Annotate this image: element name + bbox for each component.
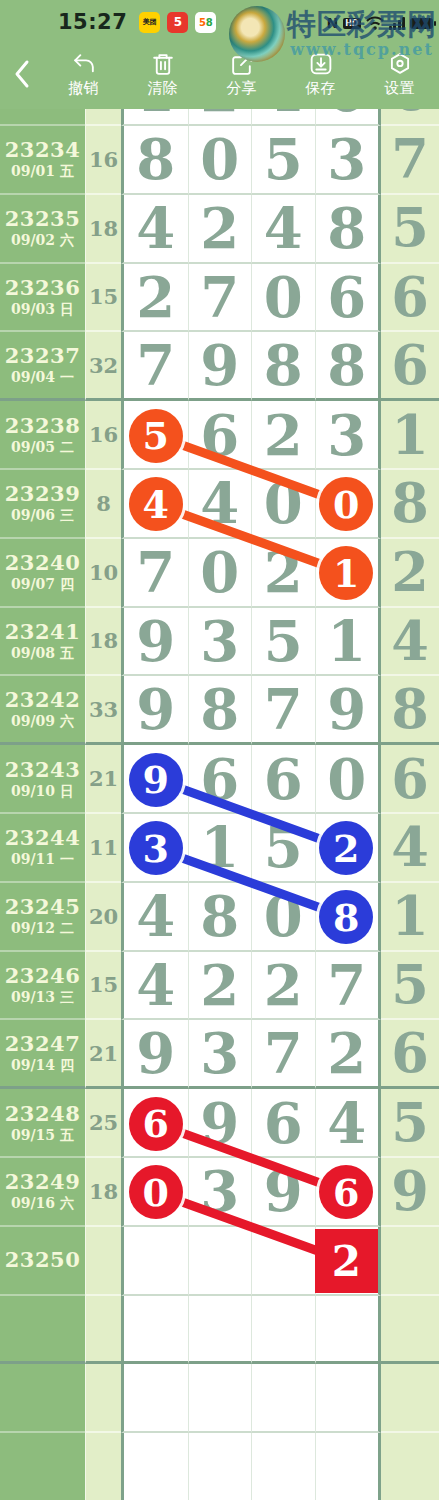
issue-number: 23243 — [5, 758, 81, 782]
digit-cell[interactable]: 9 — [315, 676, 382, 745]
digit-cell[interactable]: 9 — [188, 332, 252, 401]
58-app-icon: 58 — [195, 12, 216, 33]
digit-cell[interactable]: 6 — [188, 401, 252, 470]
issue-cell: 2324909/16 六 — [0, 1158, 85, 1227]
digit-cell[interactable]: 7 — [251, 1020, 315, 1089]
table-row: 2324009/07 四1070212 — [0, 539, 439, 608]
issue-cell: 08/31 四 — [0, 109, 85, 126]
clear-button[interactable]: 清除 — [123, 45, 202, 98]
notification-app-icons: 美团 5 58 — [139, 12, 216, 33]
table-row: 2324909/16 六1803969 — [0, 1158, 439, 1227]
draw-date: 09/08 五 — [11, 644, 74, 662]
last-digit-cell[interactable]: 5 — [381, 952, 439, 1021]
draw-date: 09/07 四 — [11, 575, 74, 593]
digit-cell[interactable]: 9 — [188, 1089, 252, 1158]
last-digit-cell[interactable]: 5 — [381, 1089, 439, 1158]
issue-cell: 2324309/10 日 — [0, 745, 85, 814]
issue-cell: 2324609/13 三 — [0, 952, 85, 1021]
sum-cell — [85, 1227, 121, 1296]
digit-cell[interactable] — [188, 1364, 252, 1433]
table-row — [0, 1296, 439, 1365]
last-digit-cell[interactable] — [381, 1227, 439, 1296]
last-digit-cell[interactable]: 6 — [381, 332, 439, 401]
digit-cell[interactable]: 0 — [251, 264, 315, 333]
share-label: 分享 — [227, 79, 257, 98]
back-button[interactable] — [0, 45, 44, 103]
digit-cell[interactable]: 7 — [315, 952, 382, 1021]
sum-cell: 33 — [85, 676, 121, 745]
digit-cell[interactable]: 4 — [251, 195, 315, 264]
table-row: 2324609/13 三1542275 — [0, 952, 439, 1021]
chevron-left-icon — [12, 58, 32, 90]
last-digit-cell[interactable]: 6 — [381, 264, 439, 333]
annotation-circle-orange: 5 — [129, 409, 183, 463]
wifi-icon — [366, 16, 384, 30]
digit-cell[interactable]: 8 — [188, 883, 252, 952]
draw-date: 09/16 六 — [11, 1194, 74, 1212]
battery-icon — [410, 18, 433, 29]
digit-cell[interactable]: 9 — [121, 608, 188, 677]
digit-cell[interactable]: 7 — [121, 332, 188, 401]
annotation-circle-red: 0 — [129, 1165, 183, 1219]
share-icon — [229, 51, 255, 77]
table-row: 2323509/02 六1842485 — [0, 195, 439, 264]
issue-cell: 2323809/05 二 — [0, 401, 85, 470]
digit-cell[interactable]: 7 — [188, 264, 252, 333]
annotation-circle-blue: 9 — [129, 753, 183, 807]
issue-number: 23244 — [5, 826, 81, 850]
sum-cell: 11 — [85, 814, 121, 883]
sum-cell — [85, 1364, 121, 1433]
sum-cell — [85, 1433, 121, 1500]
issue-cell — [0, 1433, 85, 1500]
undo-button[interactable]: 撤销 — [44, 45, 123, 98]
issue-number: 23245 — [5, 895, 81, 919]
table-row: 2323609/03 日1527066 — [0, 264, 439, 333]
digit-cell[interactable] — [315, 1296, 382, 1365]
table-row: 2324309/10 日2196606 — [0, 745, 439, 814]
table-row: 2324409/11 一1131524 — [0, 814, 439, 883]
last-digit-cell[interactable]: 1 — [381, 883, 439, 952]
last-digit-cell[interactable]: 5 — [381, 195, 439, 264]
digit-cell[interactable]: 2 — [188, 195, 252, 264]
table-row: 2324109/08 五1893514 — [0, 608, 439, 677]
sum-cell — [85, 1296, 121, 1365]
issue-cell: 2323609/03 日 — [0, 264, 85, 333]
issue-number: 23250 — [5, 1248, 81, 1272]
last-digit-cell[interactable]: 9 — [381, 1158, 439, 1227]
digit-cell[interactable]: 6 — [251, 1089, 315, 1158]
issue-cell: 2324209/09 六 — [0, 676, 85, 745]
digit-cell[interactable]: 4 — [315, 1089, 382, 1158]
last-digit-cell[interactable] — [381, 1433, 439, 1500]
digit-cell[interactable]: 0 — [251, 883, 315, 952]
last-digit-cell[interactable]: 6 — [381, 745, 439, 814]
last-digit-cell[interactable] — [381, 1296, 439, 1365]
table-row: 2324709/14 四2193726 — [0, 1020, 439, 1089]
sum-cell: 10 — [85, 539, 121, 608]
sum-cell: 18 — [85, 195, 121, 264]
digit-cell[interactable]: 8 — [121, 126, 188, 195]
last-digit-cell[interactable]: 7 — [381, 126, 439, 195]
digit-cell[interactable]: 5 — [251, 814, 315, 883]
digit-cell[interactable]: 3 — [315, 401, 382, 470]
undo-label: 撤销 — [69, 79, 99, 98]
digit-cell[interactable] — [188, 1296, 252, 1365]
last-digit-cell[interactable]: 4 — [381, 608, 439, 677]
draw-date: 09/15 五 — [11, 1126, 74, 1144]
digit-cell[interactable]: 3 — [315, 126, 382, 195]
sum-cell: 21 — [85, 1020, 121, 1089]
digit-cell[interactable]: 2 — [315, 1020, 382, 1089]
last-digit-cell[interactable]: 4 — [381, 814, 439, 883]
digit-cell[interactable]: 2 — [188, 109, 252, 126]
issue-cell: 2323909/06 三 — [0, 470, 85, 539]
digit-cell[interactable]: 9 — [121, 1020, 188, 1089]
draw-date: 09/12 二 — [11, 919, 74, 937]
sum-cell: 18 — [85, 1158, 121, 1227]
settings-button[interactable]: 设置 — [360, 45, 439, 98]
issue-cell: 2324709/14 四 — [0, 1020, 85, 1089]
digit-cell[interactable] — [121, 1296, 188, 1365]
draw-date: 09/10 日 — [11, 782, 74, 800]
sum-cell: 15 — [85, 952, 121, 1021]
digit-cell[interactable] — [121, 1364, 188, 1433]
table-row: 2323909/06 三844008 — [0, 470, 439, 539]
last-digit-cell[interactable]: 8 — [381, 676, 439, 745]
clock: 15:27 — [58, 10, 127, 34]
draw-date: 09/13 三 — [11, 988, 74, 1006]
issue-number: 23234 — [5, 138, 81, 162]
sum-cell: 25 — [85, 1089, 121, 1158]
prediction-box: 2 — [315, 1229, 378, 1293]
digit-cell[interactable]: 2 — [251, 539, 315, 608]
lottery-chart-screen: 15:27 美团 5 58 N HD 特区彩票网 www.tqcp.net — [0, 0, 439, 1500]
issue-cell: 2324409/11 一 — [0, 814, 85, 883]
digit-cell[interactable] — [188, 1433, 252, 1500]
digit-cell[interactable]: 0 — [188, 126, 252, 195]
digit-cell[interactable]: 1 — [121, 109, 188, 126]
sum-cell: 15 — [85, 264, 121, 333]
sum-cell: 32 — [85, 332, 121, 401]
digit-cell[interactable]: 0 — [251, 470, 315, 539]
digit-cell[interactable]: 4 — [121, 195, 188, 264]
issue-number: 23241 — [5, 620, 81, 644]
digit-cell[interactable]: 2 — [121, 264, 188, 333]
issue-cell — [0, 1364, 85, 1433]
digit-cell[interactable]: 5 — [251, 608, 315, 677]
digit-cell[interactable] — [121, 1433, 188, 1500]
issue-number: 23237 — [5, 344, 81, 368]
digit-cell[interactable]: 3 — [188, 1020, 252, 1089]
digit-cell[interactable] — [315, 1433, 382, 1500]
sum-cell — [85, 109, 121, 126]
issue-cell: 2323709/04 一 — [0, 332, 85, 401]
sum-cell: 21 — [85, 745, 121, 814]
digit-cell[interactable]: 4 — [251, 109, 315, 126]
undo-icon — [71, 51, 97, 77]
draw-date: 09/14 四 — [11, 1056, 74, 1074]
issue-cell: 2323409/01 五 — [0, 126, 85, 195]
draw-date: 09/11 一 — [11, 850, 74, 868]
digit-cell[interactable]: 6 — [315, 264, 382, 333]
issue-cell: 23250 — [0, 1227, 85, 1296]
settings-label: 设置 — [385, 79, 415, 98]
last-digit-cell[interactable]: 8 — [381, 470, 439, 539]
issue-cell: 2324109/08 五 — [0, 608, 85, 677]
digit-cell[interactable]: 8 — [315, 195, 382, 264]
draw-date: 09/06 三 — [11, 506, 74, 524]
digit-cell[interactable]: 4 — [121, 952, 188, 1021]
digit-cell[interactable]: 2 — [251, 952, 315, 1021]
issue-cell: 2324009/07 四 — [0, 539, 85, 608]
digit-cell[interactable]: 2 — [251, 401, 315, 470]
digit-cell[interactable] — [251, 1364, 315, 1433]
sum-cell: 18 — [85, 608, 121, 677]
digit-cell[interactable]: 8 — [251, 332, 315, 401]
digit-cell[interactable]: 0 — [315, 745, 382, 814]
draw-date: 09/02 六 — [11, 231, 74, 249]
table-row: 08/31 四12406 — [0, 109, 439, 126]
trash-icon — [150, 51, 176, 77]
digit-cell[interactable]: 6 — [188, 745, 252, 814]
digit-cell[interactable]: 0 — [315, 109, 382, 126]
digit-cell[interactable] — [251, 1296, 315, 1365]
digit-cell[interactable]: 7 — [121, 539, 188, 608]
digit-cell[interactable]: 8 — [188, 676, 252, 745]
draw-date: 09/05 二 — [11, 438, 74, 456]
status-bar: 15:27 美团 5 58 N HD — [0, 0, 439, 44]
signal-icon — [389, 17, 406, 30]
issue-number: 23236 — [5, 276, 81, 300]
digit-cell[interactable]: 5 — [251, 126, 315, 195]
last-digit-cell[interactable]: 6 — [381, 109, 439, 126]
digit-cell[interactable]: 7 — [251, 676, 315, 745]
digit-cell[interactable]: 1 — [315, 608, 382, 677]
last-digit-cell[interactable]: 1 — [381, 401, 439, 470]
issue-number: 23249 — [5, 1170, 81, 1194]
issue-number: 23235 — [5, 207, 81, 231]
trend-chart-table: 08/31 四124062323409/01 五16805372323509/0… — [0, 109, 439, 1500]
share-button[interactable]: 分享 — [202, 45, 281, 98]
digit-cell[interactable]: 9 — [251, 1158, 315, 1227]
sum-cell: 8 — [85, 470, 121, 539]
digit-cell[interactable] — [251, 1433, 315, 1500]
issue-number: 23240 — [5, 551, 81, 575]
digit-cell[interactable] — [251, 1227, 315, 1296]
issue-cell: 2323509/02 六 — [0, 195, 85, 264]
sum-cell: 16 — [85, 126, 121, 195]
issue-number: 23242 — [5, 688, 81, 712]
clear-label: 清除 — [148, 79, 178, 98]
digit-cell[interactable]: 6 — [251, 745, 315, 814]
issue-cell: 2324809/15 五 — [0, 1089, 85, 1158]
issue-number: 23246 — [5, 964, 81, 988]
meituan-app-icon: 美团 — [139, 12, 160, 33]
digit-cell[interactable]: 3 — [188, 608, 252, 677]
issue-number: 23247 — [5, 1032, 81, 1056]
digit-cell[interactable]: 2 — [188, 952, 252, 1021]
draw-date: 09/03 日 — [11, 300, 74, 318]
table-row: 2324809/15 五2569645 — [0, 1089, 439, 1158]
save-button[interactable]: 保存 — [281, 45, 360, 98]
table-row: 2323409/01 五1680537 — [0, 126, 439, 195]
hd-volte-icon: HD — [343, 18, 360, 29]
sum-cell: 16 — [85, 401, 121, 470]
issue-number: 23248 — [5, 1102, 81, 1126]
save-icon — [308, 51, 334, 77]
issue-cell: 2324509/12 二 — [0, 883, 85, 952]
system-status-icons: N HD — [326, 15, 433, 31]
digit-cell[interactable] — [188, 1227, 252, 1296]
digit-cell[interactable] — [121, 1227, 188, 1296]
digit-cell[interactable]: 4 — [188, 470, 252, 539]
last-digit-cell[interactable] — [381, 1364, 439, 1433]
last-digit-cell[interactable]: 6 — [381, 1020, 439, 1089]
last-digit-cell[interactable]: 2 — [381, 539, 439, 608]
digit-cell[interactable]: 1 — [188, 814, 252, 883]
issue-number: 23238 — [5, 414, 81, 438]
red-5-app-icon: 5 — [167, 12, 188, 33]
table-row: 2323709/04 一3279886 — [0, 332, 439, 401]
table-row: 2324509/12 二2048081 — [0, 883, 439, 952]
annotation-circle-red: 6 — [129, 1097, 183, 1151]
table-row: 2324209/09 六3398798 — [0, 676, 439, 745]
table-row — [0, 1433, 439, 1500]
digit-cell[interactable]: 4 — [121, 883, 188, 952]
save-label: 保存 — [306, 79, 336, 98]
table-row: 2323809/05 二1656231 — [0, 401, 439, 470]
digit-cell[interactable]: 3 — [188, 1158, 252, 1227]
table-row — [0, 1364, 439, 1433]
draw-date: 09/09 六 — [11, 712, 74, 730]
annotation-circle-orange: 4 — [129, 477, 183, 531]
sum-cell: 20 — [85, 883, 121, 952]
nfc-icon: N — [326, 15, 338, 31]
toolbar: 撤销 清除 分享 保存 — [0, 44, 439, 109]
issue-cell — [0, 1296, 85, 1365]
issue-number: 23239 — [5, 482, 81, 506]
digit-cell[interactable]: 8 — [315, 332, 382, 401]
digit-cell[interactable]: 0 — [188, 539, 252, 608]
draw-date: 09/04 一 — [11, 368, 74, 386]
draw-date: 09/01 五 — [11, 162, 74, 180]
digit-cell[interactable]: 9 — [121, 676, 188, 745]
annotation-circle-blue: 3 — [129, 821, 183, 875]
settings-icon — [387, 51, 413, 77]
digit-cell[interactable] — [315, 1364, 382, 1433]
